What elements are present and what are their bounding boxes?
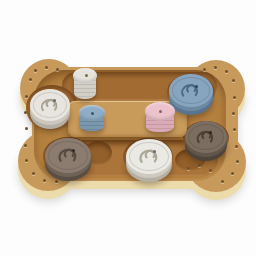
puzzle-pieces (0, 0, 256, 256)
bone-engraving-icon (173, 77, 206, 101)
disc-white-bottom (126, 139, 172, 174)
peg-blue (79, 105, 105, 131)
bone-engraving-icon (131, 142, 165, 168)
disc-center-dot (153, 150, 156, 153)
disc-brown-dark (185, 121, 227, 153)
bone-engraving-icon (34, 92, 64, 116)
peg-top (73, 68, 97, 83)
disc-blue (169, 74, 213, 107)
disc-white-left (30, 89, 70, 121)
disc-face (185, 121, 227, 153)
disc-center-dot (72, 149, 75, 152)
disc-face (45, 138, 91, 173)
disc-center-dot (195, 85, 198, 88)
peg-center-dot (91, 112, 94, 115)
peg-pink (145, 102, 175, 132)
dog-puzzle-product-photo: Overhead product photo of a bone-shaped … (0, 0, 256, 256)
bone-engraving-icon (189, 124, 220, 148)
peg-top (79, 105, 105, 121)
disc-face (169, 74, 213, 107)
disc-brown (45, 138, 91, 173)
peg-white (73, 68, 97, 99)
peg-top (145, 102, 175, 121)
peg-center-dot (159, 110, 162, 113)
disc-face (30, 89, 70, 121)
peg-center-dot (85, 74, 88, 77)
bone-engraving-icon (50, 141, 84, 167)
disc-face (126, 139, 172, 174)
